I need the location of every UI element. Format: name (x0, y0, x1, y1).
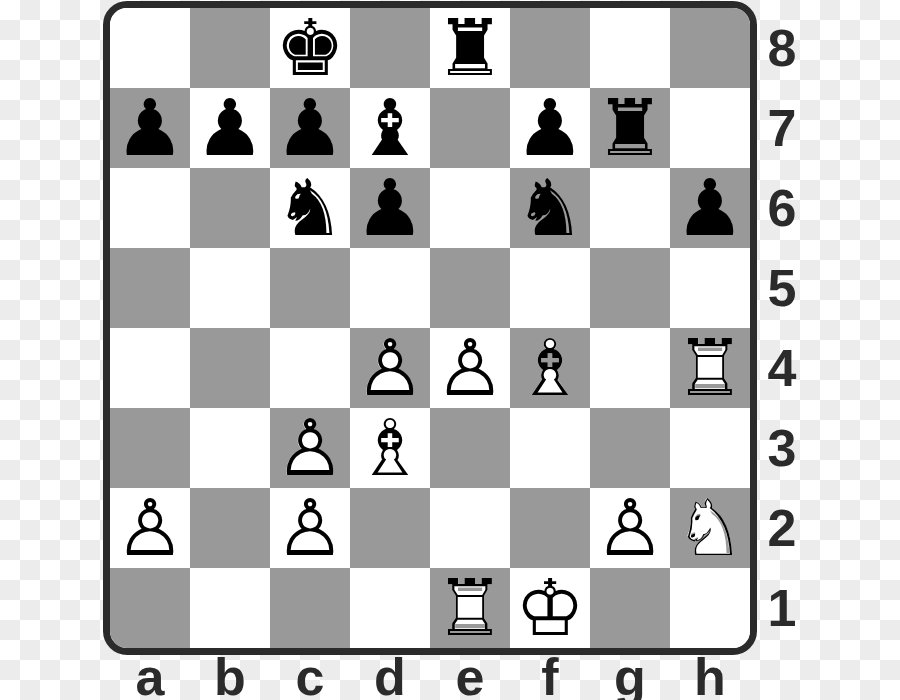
piece-glyph: ♟ (110, 88, 190, 168)
rank-label-5: 5 (759, 248, 805, 328)
square-e2[interactable] (430, 488, 510, 568)
square-b6[interactable] (190, 168, 270, 248)
piece-glyph: ♚ (270, 8, 350, 88)
rank-labels: 87654321 (759, 8, 805, 648)
rank-label-8: 8 (759, 8, 805, 88)
square-a1[interactable] (110, 568, 190, 648)
black-rook-g7: ♜ (590, 88, 670, 168)
square-e5[interactable] (430, 248, 510, 328)
white-bishop-f4: ♝♗ (510, 328, 590, 408)
rank-label-6: 6 (759, 168, 805, 248)
square-d5[interactable] (350, 248, 430, 328)
piece-outline: ♙ (270, 488, 350, 568)
square-e4[interactable]: ♟♙ (430, 328, 510, 408)
square-h2[interactable]: ♞♘ (670, 488, 750, 568)
square-f7[interactable]: ♟ (510, 88, 590, 168)
white-pawn-e4: ♟♙ (430, 328, 510, 408)
square-b4[interactable] (190, 328, 270, 408)
piece-outline: ♔ (510, 568, 590, 648)
file-label-h: h (670, 647, 750, 700)
file-label-g: g (590, 647, 670, 700)
square-f2[interactable] (510, 488, 590, 568)
piece-outline: ♙ (430, 328, 510, 408)
piece-glyph: ♞ (270, 168, 350, 248)
square-c6[interactable]: ♞ (270, 168, 350, 248)
piece-outline: ♙ (350, 328, 430, 408)
square-a7[interactable]: ♟ (110, 88, 190, 168)
square-f3[interactable] (510, 408, 590, 488)
square-b7[interactable]: ♟ (190, 88, 270, 168)
rank-label-4: 4 (759, 328, 805, 408)
white-pawn-a2: ♟♙ (110, 488, 190, 568)
square-d6[interactable]: ♟ (350, 168, 430, 248)
square-e6[interactable] (430, 168, 510, 248)
square-h3[interactable] (670, 408, 750, 488)
piece-glyph: ♞ (510, 168, 590, 248)
square-f6[interactable]: ♞ (510, 168, 590, 248)
file-label-d: d (350, 647, 430, 700)
black-rook-e8: ♜ (430, 8, 510, 88)
board-grid: ♚♜♟♟♟♝♟♜♞♟♞♟♟♙♟♙♝♗♜♖♟♙♝♗♟♙♟♙♟♙♞♘♜♖♚♔ (110, 8, 750, 648)
square-b1[interactable] (190, 568, 270, 648)
black-pawn-b7: ♟ (190, 88, 270, 168)
rank-label-7: 7 (759, 88, 805, 168)
rank-label-3: 3 (759, 408, 805, 488)
square-d3[interactable]: ♝♗ (350, 408, 430, 488)
black-bishop-d7: ♝ (350, 88, 430, 168)
black-pawn-c7: ♟ (270, 88, 350, 168)
piece-glyph: ♟ (670, 168, 750, 248)
square-h6[interactable]: ♟ (670, 168, 750, 248)
square-h5[interactable] (670, 248, 750, 328)
piece-outline: ♙ (110, 488, 190, 568)
square-h4[interactable]: ♜♖ (670, 328, 750, 408)
piece-glyph: ♟ (350, 168, 430, 248)
square-f4[interactable]: ♝♗ (510, 328, 590, 408)
square-f8[interactable] (510, 8, 590, 88)
square-b2[interactable] (190, 488, 270, 568)
square-g5[interactable] (590, 248, 670, 328)
square-c3[interactable]: ♟♙ (270, 408, 350, 488)
rank-label-1: 1 (759, 568, 805, 648)
square-d2[interactable] (350, 488, 430, 568)
file-label-b: b (190, 647, 270, 700)
piece-outline: ♖ (430, 568, 510, 648)
piece-glyph: ♟ (190, 88, 270, 168)
file-label-c: c (270, 647, 350, 700)
black-king-c8: ♚ (270, 8, 350, 88)
rank-label-2: 2 (759, 488, 805, 568)
black-pawn-a7: ♟ (110, 88, 190, 168)
file-labels: abcdefgh (110, 647, 750, 699)
square-g4[interactable] (590, 328, 670, 408)
chessboard-frame: ♚♜♟♟♟♝♟♜♞♟♞♟♟♙♟♙♝♗♜♖♟♙♝♗♟♙♟♙♟♙♞♘♜♖♚♔ (103, 1, 757, 655)
black-pawn-d6: ♟ (350, 168, 430, 248)
square-e3[interactable] (430, 408, 510, 488)
black-pawn-h6: ♟ (670, 168, 750, 248)
piece-glyph: ♜ (590, 88, 670, 168)
square-d4[interactable]: ♟♙ (350, 328, 430, 408)
piece-outline: ♘ (670, 488, 750, 568)
file-label-e: e (430, 647, 510, 700)
black-knight-c6: ♞ (270, 168, 350, 248)
square-a8[interactable] (110, 8, 190, 88)
square-a5[interactable] (110, 248, 190, 328)
square-a6[interactable] (110, 168, 190, 248)
square-c4[interactable] (270, 328, 350, 408)
square-a4[interactable] (110, 328, 190, 408)
square-d7[interactable]: ♝ (350, 88, 430, 168)
piece-outline: ♗ (350, 408, 430, 488)
white-pawn-d4: ♟♙ (350, 328, 430, 408)
square-g7[interactable]: ♜ (590, 88, 670, 168)
square-d1[interactable] (350, 568, 430, 648)
square-a3[interactable] (110, 408, 190, 488)
square-g2[interactable]: ♟♙ (590, 488, 670, 568)
square-f5[interactable] (510, 248, 590, 328)
piece-outline: ♙ (590, 488, 670, 568)
file-label-a: a (110, 647, 190, 700)
square-f1[interactable]: ♚♔ (510, 568, 590, 648)
square-c5[interactable] (270, 248, 350, 328)
square-g6[interactable] (590, 168, 670, 248)
piece-glyph: ♟ (270, 88, 350, 168)
square-c7[interactable]: ♟ (270, 88, 350, 168)
white-pawn-g2: ♟♙ (590, 488, 670, 568)
square-e1[interactable]: ♜♖ (430, 568, 510, 648)
white-rook-e1: ♜♖ (430, 568, 510, 648)
piece-outline: ♗ (510, 328, 590, 408)
square-h7[interactable] (670, 88, 750, 168)
square-e7[interactable] (430, 88, 510, 168)
black-knight-f6: ♞ (510, 168, 590, 248)
square-h8[interactable] (670, 8, 750, 88)
square-a2[interactable]: ♟♙ (110, 488, 190, 568)
piece-glyph: ♟ (510, 88, 590, 168)
square-d8[interactable] (350, 8, 430, 88)
square-g1[interactable] (590, 568, 670, 648)
square-g3[interactable] (590, 408, 670, 488)
white-bishop-d3: ♝♗ (350, 408, 430, 488)
square-c8[interactable]: ♚ (270, 8, 350, 88)
square-b5[interactable] (190, 248, 270, 328)
piece-outline: ♙ (270, 408, 350, 488)
white-knight-h2: ♞♘ (670, 488, 750, 568)
square-b8[interactable] (190, 8, 270, 88)
square-g8[interactable] (590, 8, 670, 88)
piece-outline: ♖ (670, 328, 750, 408)
black-pawn-f7: ♟ (510, 88, 590, 168)
white-king-f1: ♚♔ (510, 568, 590, 648)
file-label-f: f (510, 647, 590, 700)
white-pawn-c2: ♟♙ (270, 488, 350, 568)
square-c1[interactable] (270, 568, 350, 648)
piece-glyph: ♝ (350, 88, 430, 168)
square-e8[interactable]: ♜ (430, 8, 510, 88)
square-c2[interactable]: ♟♙ (270, 488, 350, 568)
square-h1[interactable] (670, 568, 750, 648)
square-b3[interactable] (190, 408, 270, 488)
white-pawn-c3: ♟♙ (270, 408, 350, 488)
white-rook-h4: ♜♖ (670, 328, 750, 408)
diagram-canvas: ♚♜♟♟♟♝♟♜♞♟♞♟♟♙♟♙♝♗♜♖♟♙♝♗♟♙♟♙♟♙♞♘♜♖♚♔ 876… (0, 0, 900, 700)
piece-glyph: ♜ (430, 8, 510, 88)
